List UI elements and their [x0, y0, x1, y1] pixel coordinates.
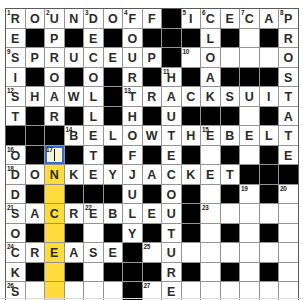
cell-r10-c6 [104, 185, 123, 204]
cell-letter: U [128, 189, 137, 202]
cell-letter: H [186, 130, 195, 143]
cell-r1-c4[interactable]: N [65, 9, 84, 28]
cell-r3-c4[interactable]: U [65, 48, 84, 67]
cell-r6-c14 [260, 107, 279, 126]
cell-r9-c9[interactable]: C [162, 165, 181, 184]
cell-r8-c5[interactable]: T [84, 146, 103, 165]
cell-r10-c10 [182, 185, 201, 204]
cell-r11-c10 [182, 204, 201, 223]
cell-r8-c11[interactable] [201, 146, 220, 165]
cell-r6-c4 [65, 107, 84, 126]
cell-letter: C [206, 13, 215, 26]
cell-r7-c1 [6, 126, 25, 145]
cell-letter: O [30, 169, 40, 182]
cell-r11-c2[interactable]: A [26, 204, 45, 223]
cell-r11-c12[interactable] [221, 204, 240, 223]
cell-r6-c2 [26, 107, 45, 126]
cell-r10-c11[interactable] [201, 185, 220, 204]
cell-r8-c10 [182, 146, 201, 165]
cell-letter: O [108, 13, 118, 26]
cell-r2-c6 [104, 29, 123, 48]
cell-letter: T [284, 130, 292, 143]
cell-r11-c4[interactable]: R [65, 204, 84, 223]
cell-r13-c7 [123, 243, 142, 262]
cell-r6-c3[interactable]: R [45, 107, 64, 126]
cell-letter: I [189, 13, 192, 26]
cell-letter: H [167, 72, 176, 85]
cell-r6-c5[interactable]: L [84, 107, 103, 126]
cell-r5-c9[interactable]: A [162, 87, 181, 106]
cell-r1-c9 [162, 9, 181, 28]
cell-r2-c9 [162, 29, 181, 48]
cell-r4-c9[interactable]: 11H [162, 68, 181, 87]
cell-letter: O [127, 130, 137, 143]
cell-r3-c1[interactable]: 9S [6, 48, 25, 67]
cell-r4-c11[interactable]: A [201, 68, 220, 87]
cell-r5-c15[interactable]: T [279, 87, 298, 106]
cell-r9-c4[interactable]: K [65, 165, 84, 184]
cell-letter: L [265, 130, 273, 143]
cell-r4-c1[interactable]: I [6, 68, 25, 87]
cell-r2-c13[interactable] [240, 29, 259, 48]
cell-letter: T [128, 91, 136, 104]
cell-letter: K [186, 169, 195, 182]
cell-letter: A [147, 169, 156, 182]
cell-r1-c15[interactable]: 8P [279, 9, 298, 28]
cell-r4-c13 [240, 68, 259, 87]
cell-r1-c2[interactable]: O [26, 9, 45, 28]
cell-letter: L [206, 33, 214, 46]
cell-r6-c8 [143, 107, 162, 126]
cell-letter: S [226, 91, 234, 104]
cell-r5-c3[interactable]: A [45, 87, 64, 106]
cell-letter: A [69, 247, 78, 260]
cell-r10-c14 [260, 185, 279, 204]
cell-r7-c14[interactable]: L [260, 126, 279, 145]
cell-letter: R [147, 91, 156, 104]
cell-r14-c2 [26, 263, 45, 282]
cell-r10-c5 [84, 185, 103, 204]
cell-r4-c4 [65, 68, 84, 87]
cell-r13-c3[interactable]: E [45, 243, 64, 262]
cell-letter: A [284, 111, 293, 124]
cell-r4-c8 [143, 68, 162, 87]
cell-r9-c8[interactable]: A [143, 165, 162, 184]
cell-r11-c6[interactable]: B [104, 204, 123, 223]
cell-r13-c5[interactable]: S [84, 243, 103, 262]
cell-r8-c13[interactable] [240, 146, 259, 165]
cell-letter: E [109, 52, 117, 65]
cell-r12-c9[interactable]: T [162, 224, 181, 243]
cell-letter: O [88, 72, 98, 85]
cell-letter: E [167, 286, 175, 299]
cell-r2-c11[interactable]: L [201, 29, 220, 48]
cell-r8-c1[interactable]: 16O [6, 146, 25, 165]
cell-letter: E [50, 247, 58, 260]
cell-r14-c9[interactable]: R [162, 263, 181, 282]
cell-r6-c9[interactable]: U [162, 107, 181, 126]
cell-r1-c14[interactable]: A [260, 9, 279, 28]
cell-r8-c6 [104, 146, 123, 165]
cell-r14-c1[interactable]: K [6, 263, 25, 282]
cell-r5-c4[interactable]: W [65, 87, 84, 106]
cell-r9-c5[interactable]: E [84, 165, 103, 184]
cell-r12-c4 [65, 224, 84, 243]
cell-r2-c15[interactable]: R [279, 29, 298, 48]
cell-r12-c11[interactable] [201, 224, 220, 243]
cell-letter: F [128, 13, 136, 26]
cell-r7-c6[interactable]: L [104, 126, 123, 145]
cell-letter: D [11, 169, 20, 182]
clue-number-5: 5 [183, 9, 186, 16]
cell-letter: Y [128, 228, 136, 241]
cell-letter: P [148, 52, 156, 65]
cell-r7-c2 [26, 126, 45, 145]
cell-letter: E [89, 169, 97, 182]
cell-r9-c14 [260, 165, 279, 184]
cell-letter: S [11, 286, 19, 299]
clue-number-23: 23 [202, 204, 209, 211]
cell-r7-c3 [45, 126, 64, 145]
cell-letter: R [50, 111, 59, 124]
cell-r6-c7[interactable]: H [123, 107, 142, 126]
cell-r12-c2 [26, 224, 45, 243]
cell-letter: S [11, 208, 19, 221]
cell-r9-c13 [240, 165, 259, 184]
cell-r7-c13[interactable]: E [240, 126, 259, 145]
cell-letter: O [283, 52, 293, 65]
cell-r8-c4 [65, 146, 84, 165]
cell-letter: K [206, 91, 215, 104]
clue-number-9: 9 [7, 48, 10, 55]
cell-r9-c10[interactable]: K [182, 165, 201, 184]
cell-r1-c7[interactable]: 4F [123, 9, 142, 28]
cell-r9-c2[interactable]: O [26, 165, 45, 184]
cell-r13-c11[interactable] [201, 243, 220, 262]
cell-r3-c13[interactable] [240, 48, 259, 67]
cell-r14-c12 [221, 263, 240, 282]
cell-letter: U [128, 52, 137, 65]
cell-r9-c12[interactable]: T [221, 165, 240, 184]
cell-r11-c7[interactable]: L [123, 204, 142, 223]
cell-r12-c14 [260, 224, 279, 243]
cell-r11-c11[interactable]: 23 [201, 204, 220, 223]
cell-letter: E [89, 130, 97, 143]
cell-letter: O [10, 228, 20, 241]
cell-letter: H [128, 111, 137, 124]
cell-r13-c15[interactable] [279, 243, 298, 262]
cell-r10-c8 [143, 185, 162, 204]
cell-r12-c8 [143, 224, 162, 243]
cell-letter: E [206, 130, 214, 143]
cell-r9-c11[interactable]: E [201, 165, 220, 184]
cell-r3-c11[interactable]: O [201, 48, 220, 67]
cell-r2-c2 [26, 29, 45, 48]
cell-letter: U [167, 208, 176, 221]
cell-r12-c15[interactable] [279, 224, 298, 243]
cell-r3-c15[interactable]: O [279, 48, 298, 67]
cell-r6-c10 [182, 107, 201, 126]
cell-r11-c9[interactable]: U [162, 204, 181, 223]
cell-r12-c1[interactable]: O [6, 224, 25, 243]
cell-letter: B [225, 130, 234, 143]
cell-r2-c8 [143, 29, 162, 48]
cell-r5-c13[interactable]: U [240, 87, 259, 106]
cell-r7-c12[interactable]: B [221, 126, 240, 145]
cell-letter: E [148, 208, 156, 221]
cell-r9-c7[interactable]: J [123, 165, 142, 184]
cell-r14-c5[interactable] [84, 263, 103, 282]
cell-r10-c4 [65, 185, 84, 204]
cell-r8-c12 [221, 146, 240, 165]
cell-r11-c8[interactable]: E [143, 204, 162, 223]
cell-letter: A [264, 13, 273, 26]
cell-r6-c1[interactable]: T [6, 107, 25, 126]
cell-r12-c13[interactable] [240, 224, 259, 243]
cell-r2-c5[interactable]: E [84, 29, 103, 48]
cell-r14-c13[interactable] [240, 263, 259, 282]
cell-r1-c5[interactable]: 3D [84, 9, 103, 28]
cell-r14-c14 [260, 263, 279, 282]
cell-r13-c6[interactable]: E [104, 243, 123, 262]
cell-r3-c14[interactable] [260, 48, 279, 67]
cell-r7-c5[interactable]: E [84, 126, 103, 145]
cell-r4-c5[interactable]: O [84, 68, 103, 87]
cell-r5-c10[interactable]: C [182, 87, 201, 106]
cell-r13-c13[interactable] [240, 243, 259, 262]
cell-letter: E [167, 150, 175, 163]
cell-letter: S [284, 72, 292, 85]
cell-r12-c6 [104, 224, 123, 243]
cell-letter: R [284, 33, 293, 46]
cell-r6-c13[interactable] [240, 107, 259, 126]
cell-r9-c1[interactable]: 18D [6, 165, 25, 184]
cell-r14-c10 [182, 263, 201, 282]
cell-r1-c13[interactable]: 7C [240, 9, 259, 28]
cell-r1-c1[interactable]: 1R [6, 9, 25, 28]
cell-letter: T [226, 169, 234, 182]
cell-r12-c10 [182, 224, 201, 243]
cell-r7-c9[interactable]: T [162, 126, 181, 145]
cell-r1-c3[interactable]: 2U [45, 9, 64, 28]
cell-r7-c4[interactable]: 14B [65, 126, 84, 145]
cell-letter: I [14, 72, 17, 85]
clue-number-10: 10 [183, 48, 190, 55]
cell-r8-c3[interactable]: 17 [45, 146, 64, 165]
cell-r13-c9[interactable]: U [162, 243, 181, 262]
cell-r6-c6 [104, 107, 123, 126]
cell-r14-c15[interactable] [279, 263, 298, 282]
cell-letter: U [167, 111, 176, 124]
cell-r11-c1[interactable]: 21S [6, 204, 25, 223]
cell-letter: O [127, 33, 137, 46]
cell-letter: E [206, 169, 214, 182]
cell-r4-c2 [26, 68, 45, 87]
cell-r11-c13[interactable] [240, 204, 259, 223]
cell-r3-c10[interactable]: 10 [182, 48, 201, 67]
cell-letter: L [89, 91, 97, 104]
cell-letter: C [11, 247, 20, 260]
cell-r5-c1[interactable]: 12S [6, 87, 25, 106]
cell-letter: T [89, 150, 97, 163]
clue-number-8: 8 [280, 9, 283, 16]
cell-letter: E [89, 208, 97, 221]
cell-r13-c12[interactable] [221, 243, 240, 262]
cell-r5-c8[interactable]: R [143, 87, 162, 106]
cell-letter: E [226, 13, 234, 26]
cell-r8-c2 [26, 146, 45, 165]
cell-r9-c3[interactable]: N [45, 165, 64, 184]
cell-r4-c14 [260, 68, 279, 87]
cell-letter: T [11, 111, 19, 124]
cell-r14-c7 [123, 263, 142, 282]
cell-letter: L [89, 111, 97, 124]
cell-r10-c7[interactable]: U [123, 185, 142, 204]
cell-r5-c14[interactable]: I [260, 87, 279, 106]
cell-r5-c5[interactable]: L [84, 87, 103, 106]
cell-letter: E [11, 33, 19, 46]
cell-r11-c5[interactable]: 22E [84, 204, 103, 223]
cell-r7-c11[interactable]: 15E [201, 126, 220, 145]
cell-r12-c5[interactable] [84, 224, 103, 243]
cell-r3-c5[interactable]: C [84, 48, 103, 67]
cell-r3-c6[interactable]: E [104, 48, 123, 67]
cell-r4-c7[interactable]: R [123, 68, 142, 87]
cell-r10-c13[interactable]: 19 [240, 185, 259, 204]
cell-r10-c1[interactable]: D [6, 185, 25, 204]
cell-r3-c2[interactable]: P [26, 48, 45, 67]
cell-r7-c8[interactable]: W [143, 126, 162, 145]
cell-letter: T [167, 130, 175, 143]
clue-number-20: 20 [280, 185, 287, 192]
cell-r12-c7[interactable]: Y [123, 224, 142, 243]
cell-r8-c9[interactable]: E [162, 146, 181, 165]
cell-r3-c7[interactable]: U [123, 48, 142, 67]
cell-letter: D [11, 189, 20, 202]
cell-letter: A [30, 208, 39, 221]
cell-r2-c4 [65, 29, 84, 48]
cell-r13-c8[interactable]: 25 [143, 243, 162, 262]
cell-r8-c7[interactable]: F [123, 146, 142, 165]
cell-r13-c1[interactable]: 24C [6, 243, 25, 262]
cell-r11-c3[interactable]: C [45, 204, 64, 223]
cell-r4-c12 [221, 68, 240, 87]
cell-r5-c12[interactable]: S [221, 87, 240, 106]
cell-letter: K [69, 169, 78, 182]
cell-letter: D [89, 13, 98, 26]
clue-number-19: 19 [241, 185, 248, 192]
cell-r7-c7[interactable]: O [123, 126, 142, 145]
cell-letter: P [31, 52, 39, 65]
crossword-page: 1RO2UN3DO4FF5I6CE7CA8PEPEOLR9SPRUCEUP10O… [0, 0, 303, 300]
clue-number-25: 25 [144, 243, 151, 250]
cell-r14-c3[interactable] [45, 263, 64, 282]
cell-r2-c7[interactable]: O [123, 29, 142, 48]
cell-r10-c3[interactable] [45, 185, 64, 204]
cell-letter: O [205, 52, 215, 65]
cell-letter: P [284, 13, 292, 26]
cell-r13-c10[interactable] [182, 243, 201, 262]
cell-r1-c12[interactable]: E [221, 9, 240, 28]
cell-letter: Y [109, 169, 117, 182]
cell-letter: S [11, 91, 19, 104]
cell-letter: F [128, 150, 136, 163]
cell-letter: B [108, 208, 117, 221]
clue-number-4: 4 [124, 9, 127, 16]
cell-r4-c15[interactable]: S [279, 68, 298, 87]
cell-letter: U [69, 52, 78, 65]
cell-letter: A [167, 91, 176, 104]
cell-letter: L [128, 208, 136, 221]
cell-letter: E [109, 247, 117, 260]
cell-letter: E [245, 130, 253, 143]
cell-r5-c2[interactable]: H [26, 87, 45, 106]
cell-letter: U [245, 91, 254, 104]
cell-r7-c10[interactable]: H [182, 126, 201, 145]
cell-r2-c1[interactable]: E [6, 29, 25, 48]
cell-r13-c2[interactable]: R [26, 243, 45, 262]
cell-letter: O [10, 150, 20, 163]
cell-r1-c8[interactable]: F [143, 9, 162, 28]
cell-letter: C [245, 13, 254, 26]
cell-r5-c11[interactable]: K [201, 87, 220, 106]
cell-r3-c12[interactable] [221, 48, 240, 67]
cell-letter: S [11, 52, 19, 65]
cell-r14-c8 [143, 263, 162, 282]
cell-r8-c15[interactable]: E [279, 146, 298, 165]
cell-r3-c8[interactable]: P [143, 48, 162, 67]
cell-r10-c9[interactable]: O [162, 185, 181, 204]
cell-letter: R [128, 72, 137, 85]
cell-r14-c4 [65, 263, 84, 282]
cell-letter: C [167, 169, 176, 182]
clue-number-17: 17 [46, 146, 53, 153]
cell-r14-c11[interactable] [201, 263, 220, 282]
cell-r11-c15[interactable] [279, 204, 298, 223]
cell-r12-c3[interactable] [45, 224, 64, 243]
cell-r9-c6[interactable]: Y [104, 165, 123, 184]
cell-letter: R [167, 267, 176, 280]
cell-letter: N [50, 169, 59, 182]
cell-r2-c3[interactable]: P [45, 29, 64, 48]
cell-letter: R [69, 208, 78, 221]
cell-letter: T [167, 228, 175, 241]
cell-letter: W [68, 91, 80, 104]
cell-letter: J [129, 169, 136, 182]
cell-letter: I [267, 91, 270, 104]
cell-r1-c10[interactable]: 5I [182, 9, 201, 28]
cell-r4-c6 [104, 68, 123, 87]
cell-letter: S [89, 247, 97, 260]
cell-letter: U [167, 247, 176, 260]
cell-r5-c7[interactable]: 13T [123, 87, 142, 106]
cell-r13-c4[interactable]: A [65, 243, 84, 262]
cell-r1-c6[interactable]: O [104, 9, 123, 28]
cell-r10-c2 [26, 185, 45, 204]
cell-r3-c3[interactable]: R [45, 48, 64, 67]
crossword-grid: 1RO2UN3DO4FF5I6CE7CA8PEPEOLR9SPRUCEUP10O… [5, 8, 299, 300]
cell-r6-c12 [221, 107, 240, 126]
cell-r6-c15[interactable]: A [279, 107, 298, 126]
cell-r1-c11[interactable]: 6C [201, 9, 220, 28]
cell-r10-c15[interactable]: 20 [279, 185, 298, 204]
cell-r13-c14[interactable] [260, 243, 279, 262]
cell-letter: A [50, 91, 59, 104]
cell-r7-c15[interactable]: T [279, 126, 298, 145]
cell-r11-c14[interactable] [260, 204, 279, 223]
cell-letter: O [30, 13, 40, 26]
cell-r4-c3[interactable]: O [45, 68, 64, 87]
